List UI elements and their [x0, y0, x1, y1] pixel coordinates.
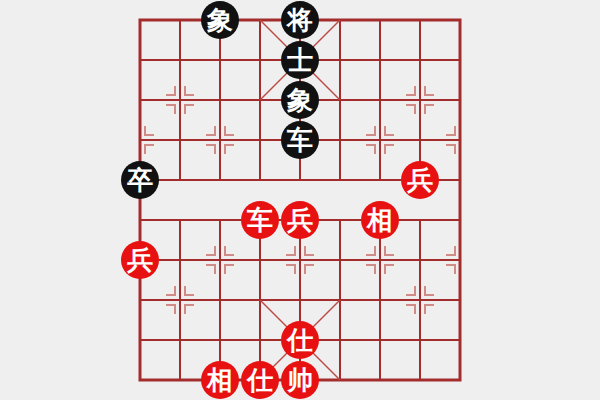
piece-red-advisor[interactable]: 仕 — [281, 321, 319, 359]
piece-red-elephant[interactable]: 相 — [201, 361, 239, 399]
piece-red-soldier[interactable]: 兵 — [281, 201, 319, 239]
piece-red-soldier[interactable]: 兵 — [401, 161, 439, 199]
piece-black-soldier[interactable]: 卒 — [121, 161, 159, 199]
piece-red-advisor[interactable]: 仕 — [241, 361, 279, 399]
xiangqi-board: 象将士象车卒兵车兵相兵仕相仕帅 — [0, 0, 600, 400]
piece-black-elephant[interactable]: 象 — [201, 1, 239, 39]
piece-red-elephant[interactable]: 相 — [361, 201, 399, 239]
piece-black-general[interactable]: 将 — [281, 1, 319, 39]
piece-grid: 象将士象车卒兵车兵相兵仕相仕帅 — [120, 0, 480, 400]
piece-red-chariot[interactable]: 车 — [241, 201, 279, 239]
piece-black-chariot[interactable]: 车 — [281, 121, 319, 159]
piece-red-soldier[interactable]: 兵 — [121, 241, 159, 279]
piece-black-advisor[interactable]: 士 — [281, 41, 319, 79]
piece-red-general[interactable]: 帅 — [281, 361, 319, 399]
piece-black-elephant[interactable]: 象 — [281, 81, 319, 119]
